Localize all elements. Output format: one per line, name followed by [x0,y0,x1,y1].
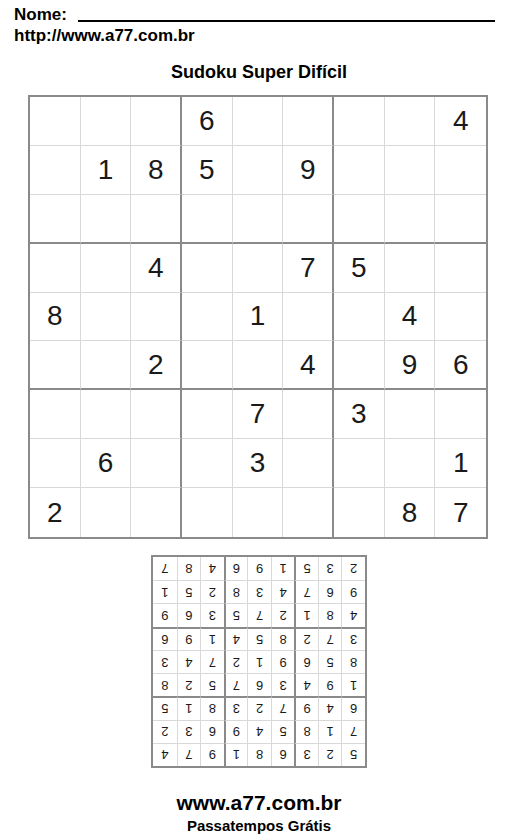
puzzle-cell-r1c2 [81,97,132,146]
sudoku-solution-grid-rotated: 5236819747185496326497238151943675288569… [151,555,367,768]
puzzle-cell-r7c2 [81,390,132,439]
solution-cell-r5c7: 7 [200,650,224,673]
puzzle-cell-r1c8 [385,97,436,146]
puzzle-cell-r7c8 [385,390,436,439]
solution-cell-r5c5: 1 [247,650,271,673]
puzzle-cell-r4c8 [385,244,436,293]
solution-cell-r1c8: 7 [177,743,201,766]
footer-tagline: Passatempos Grátis [0,817,518,834]
puzzle-cell-r3c9 [435,195,486,244]
solution-cell-r9c8: 8 [177,557,201,580]
puzzle-cell-r3c4 [182,195,233,244]
solution-cell-r6c3: 2 [294,627,318,650]
puzzle-cell-r2c6: 9 [283,146,334,195]
solution-cell-r1c1: 5 [341,743,365,766]
solution-cell-r4c5: 6 [247,673,271,696]
solution-cell-r7c8: 6 [177,603,201,626]
puzzle-cell-r6c2 [81,341,132,390]
solution-cell-r7c4: 2 [271,603,295,626]
solution-cell-r1c6: 1 [224,743,248,766]
solution-cell-r4c1: 1 [341,673,365,696]
solution-cell-r1c5: 8 [247,743,271,766]
puzzle-cell-r8c6 [283,439,334,488]
solution-cell-r7c1: 4 [341,603,365,626]
solution-cell-r8c9: 1 [153,580,177,603]
sudoku-puzzle-grid: 641859475814249673631287 [28,95,488,539]
puzzle-cell-r5c8: 4 [385,293,436,342]
puzzle-cell-r4c1 [30,244,81,293]
puzzle-cell-r3c3 [131,195,182,244]
solution-cell-r1c7: 9 [200,743,224,766]
solution-cell-r5c9: 3 [153,650,177,673]
puzzle-cell-r7c3 [131,390,182,439]
solution-cell-r6c9: 6 [153,627,177,650]
solution-cell-r7c5: 7 [247,603,271,626]
puzzle-cell-r2c7 [334,146,385,195]
solution-cell-r2c3: 8 [294,720,318,743]
solution-cell-r9c9: 7 [153,557,177,580]
puzzle-cell-r6c9: 6 [435,341,486,390]
solution-cell-r6c6: 4 [224,627,248,650]
solution-cell-r4c7: 5 [200,673,224,696]
puzzle-cell-r8c8 [385,439,436,488]
solution-cell-r3c6: 3 [224,696,248,719]
puzzle-cell-r6c8: 9 [385,341,436,390]
puzzle-cell-r5c6 [283,293,334,342]
puzzle-cell-r4c7: 5 [334,244,385,293]
puzzle-cell-r8c5: 3 [233,439,284,488]
solution-cell-r3c2: 4 [318,696,342,719]
solution-cell-r5c6: 2 [224,650,248,673]
solution-cell-r8c5: 3 [247,580,271,603]
puzzle-cell-r1c7 [334,97,385,146]
puzzle-cell-r2c5 [233,146,284,195]
puzzle-cell-r3c6 [283,195,334,244]
puzzle-cell-r2c4: 5 [182,146,233,195]
puzzle-cell-r6c7 [334,341,385,390]
puzzle-cell-r1c9: 4 [435,97,486,146]
puzzle-cell-r8c4 [182,439,233,488]
puzzle-cell-r9c1: 2 [30,488,81,537]
puzzle-cell-r9c6 [283,488,334,537]
solution-cell-r9c1: 2 [341,557,365,580]
puzzle-cell-r4c3: 4 [131,244,182,293]
solution-cell-r9c5: 9 [247,557,271,580]
solution-cell-r6c5: 5 [247,627,271,650]
solution-cell-r4c3: 4 [294,673,318,696]
solution-cell-r9c2: 3 [318,557,342,580]
puzzle-cell-r4c2 [81,244,132,293]
solution-cell-r3c4: 7 [271,696,295,719]
solution-cell-r7c7: 3 [200,603,224,626]
solution-cell-r3c8: 1 [177,696,201,719]
puzzle-cell-r9c5 [233,488,284,537]
puzzle-cell-r1c6 [283,97,334,146]
puzzle-cell-r5c2 [81,293,132,342]
puzzle-cell-r7c4 [182,390,233,439]
solution-cell-r4c6: 7 [224,673,248,696]
solution-cell-r1c4: 6 [271,743,295,766]
solution-cell-r7c2: 8 [318,603,342,626]
solution-cell-r4c8: 2 [177,673,201,696]
puzzle-cell-r2c1 [30,146,81,195]
puzzle-cell-r3c7 [334,195,385,244]
solution-cell-r1c9: 4 [153,743,177,766]
puzzle-cell-r6c1 [30,341,81,390]
solution-cell-r2c4: 5 [271,720,295,743]
puzzle-cell-r8c7 [334,439,385,488]
puzzle-cell-r5c1: 8 [30,293,81,342]
puzzle-cell-r7c9 [435,390,486,439]
puzzle-cell-r6c3: 2 [131,341,182,390]
solution-cell-r7c6: 5 [224,603,248,626]
page-title: Sudoku Super Difícil [0,62,518,83]
puzzle-cell-r2c9 [435,146,486,195]
puzzle-cell-r9c7 [334,488,385,537]
puzzle-cell-r6c5 [233,341,284,390]
puzzle-cell-r3c8 [385,195,436,244]
puzzle-cell-r7c7: 3 [334,390,385,439]
solution-cell-r9c3: 5 [294,557,318,580]
solution-cell-r5c1: 8 [341,650,365,673]
puzzle-cell-r6c4 [182,341,233,390]
solution-cell-r6c1: 3 [341,627,365,650]
puzzle-cell-r9c4 [182,488,233,537]
solution-cell-r3c1: 6 [341,696,365,719]
puzzle-cell-r8c9: 1 [435,439,486,488]
solution-cell-r4c4: 3 [271,673,295,696]
puzzle-cell-r3c5 [233,195,284,244]
puzzle-cell-r9c2 [81,488,132,537]
puzzle-cell-r3c2 [81,195,132,244]
puzzle-cell-r9c3 [131,488,182,537]
solution-cell-r2c8: 3 [177,720,201,743]
puzzle-cell-r5c7 [334,293,385,342]
solution-cell-r8c2: 6 [318,580,342,603]
solution-cell-r8c6: 8 [224,580,248,603]
solution-cell-r8c7: 2 [200,580,224,603]
puzzle-cell-r5c3 [131,293,182,342]
solution-cell-r6c7: 1 [200,627,224,650]
puzzle-cell-r2c8 [385,146,436,195]
puzzle-cell-r6c6: 4 [283,341,334,390]
footer-site-url: www.a77.com.br [0,791,518,815]
solution-cell-r9c4: 1 [271,557,295,580]
puzzle-cell-r4c5 [233,244,284,293]
solution-cell-r4c9: 8 [153,673,177,696]
solution-cell-r1c3: 3 [294,743,318,766]
puzzle-cell-r9c8: 8 [385,488,436,537]
solution-cell-r2c7: 6 [200,720,224,743]
solution-cell-r2c5: 4 [247,720,271,743]
solution-cell-r7c3: 1 [294,603,318,626]
puzzle-cell-r1c1 [30,97,81,146]
solution-cell-r5c2: 5 [318,650,342,673]
solution-cell-r5c8: 4 [177,650,201,673]
puzzle-cell-r7c5: 7 [233,390,284,439]
puzzle-cell-r8c2: 6 [81,439,132,488]
solution-cell-r5c4: 9 [271,650,295,673]
solution-cell-r2c1: 7 [341,720,365,743]
puzzle-cell-r9c9: 7 [435,488,486,537]
puzzle-cell-r4c6: 7 [283,244,334,293]
solution-cell-r3c9: 5 [153,696,177,719]
puzzle-cell-r5c9 [435,293,486,342]
puzzle-cell-r8c1 [30,439,81,488]
puzzle-cell-r2c2: 1 [81,146,132,195]
solution-cell-r2c9: 2 [153,720,177,743]
puzzle-cell-r1c3 [131,97,182,146]
solution-cell-r8c3: 7 [294,580,318,603]
solution-cell-r2c6: 9 [224,720,248,743]
puzzle-cell-r7c1 [30,390,81,439]
solution-cell-r3c7: 8 [200,696,224,719]
solution-cell-r5c3: 6 [294,650,318,673]
solution-cell-r8c4: 4 [271,580,295,603]
puzzle-cell-r5c4 [182,293,233,342]
solution-cell-r8c1: 9 [341,580,365,603]
solution-cell-r3c3: 9 [294,696,318,719]
site-url-header: http://www.a77.com.br [14,26,195,46]
solution-cell-r4c2: 9 [318,673,342,696]
solution-cell-r2c2: 1 [318,720,342,743]
puzzle-cell-r2c3: 8 [131,146,182,195]
puzzle-cell-r3c1 [30,195,81,244]
solution-cell-r3c5: 2 [247,696,271,719]
solution-cell-r9c7: 4 [200,557,224,580]
puzzle-cell-r5c5: 1 [233,293,284,342]
solution-cell-r9c6: 6 [224,557,248,580]
puzzle-cell-r4c4 [182,244,233,293]
puzzle-cell-r4c9 [435,244,486,293]
solution-cell-r7c9: 9 [153,603,177,626]
puzzle-cell-r8c3 [131,439,182,488]
solution-cell-r8c8: 5 [177,580,201,603]
name-label: Nome: [14,5,67,25]
name-fill-in-line [78,20,495,22]
solution-cell-r6c4: 8 [271,627,295,650]
puzzle-cell-r7c6 [283,390,334,439]
solution-cell-r6c8: 9 [177,627,201,650]
puzzle-cell-r1c4: 6 [182,97,233,146]
solution-cell-r6c2: 7 [318,627,342,650]
solution-cell-r1c2: 2 [318,743,342,766]
puzzle-cell-r1c5 [233,97,284,146]
